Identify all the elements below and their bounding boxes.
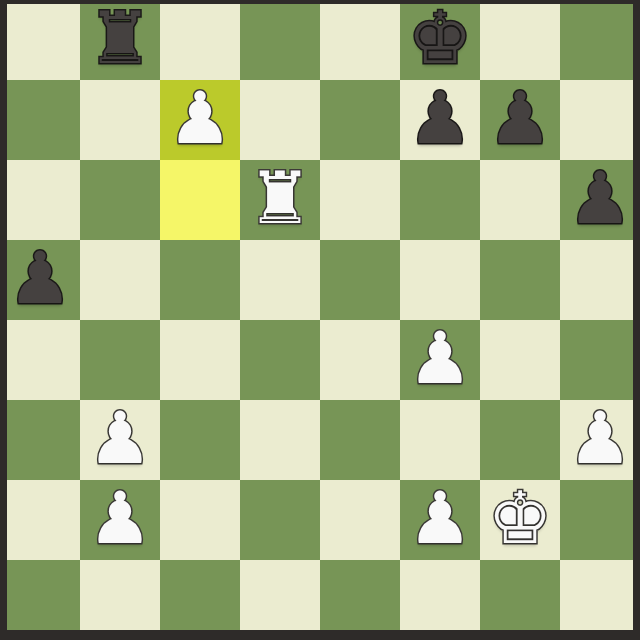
- square-g3[interactable]: [480, 400, 560, 480]
- square-e6[interactable]: [320, 160, 400, 240]
- board-frame-left: [0, 0, 7, 640]
- square-d5[interactable]: [240, 240, 320, 320]
- square-a5[interactable]: ♟: [0, 240, 80, 320]
- square-g2[interactable]: ♚: [480, 480, 560, 560]
- square-e3[interactable]: [320, 400, 400, 480]
- square-d4[interactable]: [240, 320, 320, 400]
- square-c8[interactable]: [160, 0, 240, 80]
- square-c2[interactable]: [160, 480, 240, 560]
- square-b1[interactable]: [80, 560, 160, 640]
- square-b7[interactable]: [80, 80, 160, 160]
- square-b4[interactable]: [80, 320, 160, 400]
- square-a7[interactable]: [0, 80, 80, 160]
- square-d6[interactable]: ♜: [240, 160, 320, 240]
- square-g8[interactable]: [480, 0, 560, 80]
- square-e5[interactable]: [320, 240, 400, 320]
- square-g7[interactable]: ♟: [480, 80, 560, 160]
- piece-white-rook-d6[interactable]: ♜: [248, 158, 313, 238]
- square-a4[interactable]: [0, 320, 80, 400]
- piece-black-king-f8[interactable]: ♚: [408, 0, 473, 78]
- piece-white-pawn-b2[interactable]: ♟: [88, 478, 153, 558]
- piece-white-pawn-f2[interactable]: ♟: [408, 478, 473, 558]
- square-f5[interactable]: [400, 240, 480, 320]
- square-c6[interactable]: [160, 160, 240, 240]
- square-c5[interactable]: [160, 240, 240, 320]
- square-c1[interactable]: [160, 560, 240, 640]
- square-e2[interactable]: [320, 480, 400, 560]
- square-f7[interactable]: ♟: [400, 80, 480, 160]
- square-a2[interactable]: [0, 480, 80, 560]
- square-h1[interactable]: [560, 560, 640, 640]
- square-a1[interactable]: [0, 560, 80, 640]
- square-e4[interactable]: [320, 320, 400, 400]
- piece-white-king-g2[interactable]: ♚: [488, 478, 553, 558]
- square-d1[interactable]: [240, 560, 320, 640]
- square-h3[interactable]: ♟: [560, 400, 640, 480]
- square-f1[interactable]: [400, 560, 480, 640]
- chess-board[interactable]: ♜♚♟♟♟♜♟♟♟♟♟♟♟♚: [0, 0, 640, 640]
- board-frame-bottom: [0, 630, 640, 640]
- square-f6[interactable]: [400, 160, 480, 240]
- square-d3[interactable]: [240, 400, 320, 480]
- square-a8[interactable]: [0, 0, 80, 80]
- square-c7[interactable]: ♟: [160, 80, 240, 160]
- square-g6[interactable]: [480, 160, 560, 240]
- square-h5[interactable]: [560, 240, 640, 320]
- board-frame-right: [633, 0, 640, 640]
- square-a3[interactable]: [0, 400, 80, 480]
- board-frame-top: [0, 0, 640, 4]
- piece-white-pawn-h3[interactable]: ♟: [568, 398, 633, 478]
- square-a6[interactable]: [0, 160, 80, 240]
- square-f4[interactable]: ♟: [400, 320, 480, 400]
- piece-white-pawn-c7[interactable]: ♟: [168, 78, 233, 158]
- square-g5[interactable]: [480, 240, 560, 320]
- square-f2[interactable]: ♟: [400, 480, 480, 560]
- square-h7[interactable]: [560, 80, 640, 160]
- piece-black-pawn-a5[interactable]: ♟: [8, 238, 73, 318]
- piece-white-pawn-b3[interactable]: ♟: [88, 398, 153, 478]
- square-h6[interactable]: ♟: [560, 160, 640, 240]
- square-g4[interactable]: [480, 320, 560, 400]
- chess-app-stage: ♜♚♟♟♟♜♟♟♟♟♟♟♟♚: [0, 0, 640, 640]
- square-b5[interactable]: [80, 240, 160, 320]
- square-f3[interactable]: [400, 400, 480, 480]
- square-h2[interactable]: [560, 480, 640, 560]
- square-g1[interactable]: [480, 560, 560, 640]
- square-b8[interactable]: ♜: [80, 0, 160, 80]
- piece-black-pawn-f7[interactable]: ♟: [408, 78, 473, 158]
- piece-black-pawn-g7[interactable]: ♟: [488, 78, 553, 158]
- square-b6[interactable]: [80, 160, 160, 240]
- square-e1[interactable]: [320, 560, 400, 640]
- square-d7[interactable]: [240, 80, 320, 160]
- piece-white-pawn-f4[interactable]: ♟: [408, 318, 473, 398]
- square-b3[interactable]: ♟: [80, 400, 160, 480]
- square-d8[interactable]: [240, 0, 320, 80]
- square-f8[interactable]: ♚: [400, 0, 480, 80]
- square-e8[interactable]: [320, 0, 400, 80]
- square-h4[interactable]: [560, 320, 640, 400]
- square-h8[interactable]: [560, 0, 640, 80]
- square-b2[interactable]: ♟: [80, 480, 160, 560]
- piece-black-rook-b8[interactable]: ♜: [88, 0, 153, 78]
- square-c4[interactable]: [160, 320, 240, 400]
- square-e7[interactable]: [320, 80, 400, 160]
- square-d2[interactable]: [240, 480, 320, 560]
- piece-black-pawn-h6[interactable]: ♟: [568, 158, 633, 238]
- square-c3[interactable]: [160, 400, 240, 480]
